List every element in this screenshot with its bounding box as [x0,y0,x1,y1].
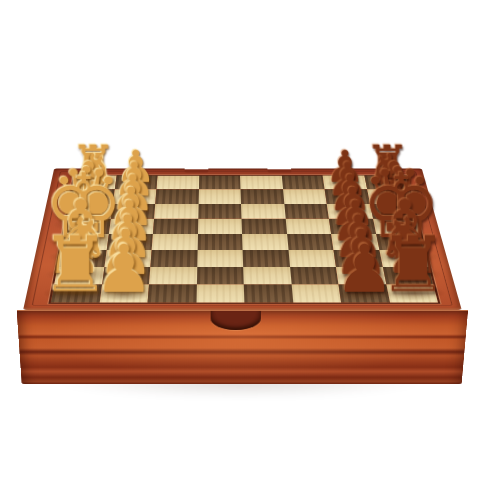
board-square[interactable] [150,250,197,267]
board-square[interactable] [197,250,243,267]
board-square[interactable] [290,267,339,284]
board-square[interactable] [291,284,341,302]
board-square[interactable] [149,267,197,284]
scene: ♜♟♟♜♞♟♟♞♝♟♟♝♛♟♟♛♚♟♟♚♝♟♟♝♞♟♟♞♜♟♟♜ [0,0,480,480]
board-square[interactable]: ♜ [386,284,438,302]
chess-board: ♜♟♟♜♞♟♟♞♝♟♟♝♛♟♟♛♚♟♟♚♝♟♟♝♞♟♟♞♜♟♟♜ [48,175,440,304]
product-photo-stage: ♜♟♟♜♞♟♟♞♝♟♟♝♛♟♟♛♚♟♟♚♝♟♟♝♞♟♟♞♜♟♟♜ [0,0,480,480]
board-square[interactable] [242,219,287,234]
case-front [17,310,469,385]
case-lid-top: ♜♟♟♜♞♟♟♞♝♟♟♝♛♟♟♛♚♟♟♚♝♟♟♝♞♟♟♞♜♟♟♜ [23,169,462,310]
lid-lift-slot-left[interactable] [185,168,209,172]
board-square[interactable] [243,250,290,267]
board-square[interactable] [148,284,197,302]
board-square[interactable] [196,284,244,302]
board-square[interactable] [197,219,242,234]
board-square[interactable] [242,234,288,250]
board-square[interactable] [197,234,242,250]
board-square[interactable] [153,219,198,234]
board-square[interactable] [283,189,327,203]
piece-white-rook[interactable]: ♜ [41,230,110,299]
board-square[interactable] [288,250,336,267]
board-square[interactable]: ♜ [51,284,102,302]
lid-lift-slot-right[interactable] [267,168,291,172]
board-square[interactable] [243,267,291,284]
board-square[interactable] [241,189,284,203]
board-square[interactable] [196,267,243,284]
board-square[interactable] [152,234,198,250]
board-square[interactable] [241,204,285,219]
board-square[interactable] [198,189,241,203]
board-square[interactable] [154,204,198,219]
piece-black-rook[interactable]: ♜ [379,230,448,299]
board-square[interactable] [156,176,198,190]
board-square[interactable] [284,204,329,219]
drawer-pull-notch[interactable] [211,311,261,330]
board-square[interactable] [281,176,324,190]
board-square[interactable] [244,284,293,302]
board-square[interactable] [198,204,242,219]
board-square[interactable] [240,176,283,190]
board-square[interactable] [155,189,198,203]
board-square[interactable] [287,234,334,250]
board-square[interactable] [198,176,240,190]
board-square[interactable] [285,219,331,234]
